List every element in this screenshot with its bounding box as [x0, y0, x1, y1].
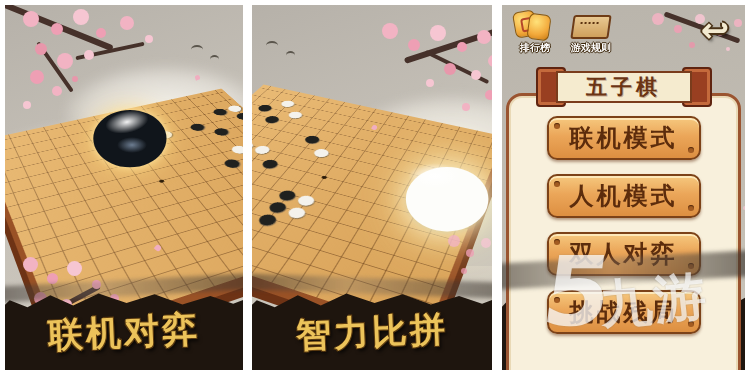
floating-black-stone: ●: [87, 99, 173, 165]
button-endgame-challenge[interactable]: 挑战残局: [547, 290, 701, 334]
panel-menu: 排行榜 游戏规则 ↩ 联机模式 人机模式 双人对弈 挑战残局 五子棋: [502, 5, 745, 370]
bird-icon: [191, 45, 203, 54]
blossom-cluster: [652, 13, 664, 25]
branch: [5, 5, 114, 51]
gold-medal-icon: [526, 13, 551, 42]
back-arrow-icon: ↩: [701, 10, 730, 50]
screenshot-montage: ●●●●●●●●●●●●●● ● 联机对弈 ●●●●●●●●●●●●●●●●●: [0, 0, 750, 375]
star-point: [321, 175, 328, 179]
black-stone: ●: [218, 156, 243, 170]
leaderboard-button[interactable]: 排行榜: [512, 11, 558, 57]
white-stone-glyph: ●: [400, 142, 492, 240]
white-stone: ●: [226, 142, 243, 155]
star-point: [158, 179, 165, 183]
black-stone: ●: [254, 102, 277, 113]
white-stone: ●: [252, 142, 276, 156]
blossom-cluster: [23, 11, 39, 27]
panel-online-play: ●●●●●●●●●●●●●● ● 联机对弈: [5, 5, 243, 370]
white-stone: ●: [310, 145, 335, 159]
bird-icon: [266, 41, 278, 50]
black-stone: ●: [252, 217, 254, 236]
leaderboard-label: 排行榜: [506, 41, 564, 55]
black-stone: ●: [231, 110, 243, 121]
black-stone: ●: [261, 113, 285, 125]
rules-button[interactable]: 游戏规则: [568, 11, 614, 57]
branch: [36, 41, 74, 92]
floating-white-stone: ●: [392, 151, 492, 231]
bird-icon: [210, 55, 219, 64]
black-stone: ●: [209, 125, 233, 137]
plaque-scroll: 五子棋: [556, 71, 692, 103]
rules-board-icon: [570, 15, 611, 39]
rules-label: 游戏规则: [562, 41, 620, 55]
branch: [404, 24, 492, 64]
stone-reflection: [117, 137, 147, 153]
white-stone: ●: [285, 109, 308, 121]
blossom-cluster: [382, 23, 398, 39]
button-online-mode[interactable]: 联机模式: [547, 116, 701, 160]
black-stone: ●: [185, 121, 209, 133]
menu-board: 联机模式 人机模式 双人对弈 挑战残局: [506, 93, 741, 370]
title-plaque: 五子棋: [536, 65, 712, 105]
panel-brains-battle: ●●●●●●●●●●●●●●●●● ● 智力比拼: [252, 5, 492, 370]
black-stone: ●: [258, 156, 284, 171]
branch: [425, 50, 490, 84]
rules-marks: [580, 22, 599, 30]
blossom-cluster: [448, 235, 460, 247]
button-vs-ai-mode[interactable]: 人机模式: [547, 174, 701, 218]
game-title: 五子棋: [586, 73, 661, 101]
black-stone: ●: [254, 210, 284, 229]
stone-highlight: [408, 163, 462, 189]
back-button[interactable]: ↩: [693, 11, 737, 49]
white-stone: ●: [277, 98, 299, 109]
bird-icon: [286, 51, 295, 60]
black-stone: ●: [301, 132, 325, 145]
blossom-cluster: [23, 257, 38, 272]
